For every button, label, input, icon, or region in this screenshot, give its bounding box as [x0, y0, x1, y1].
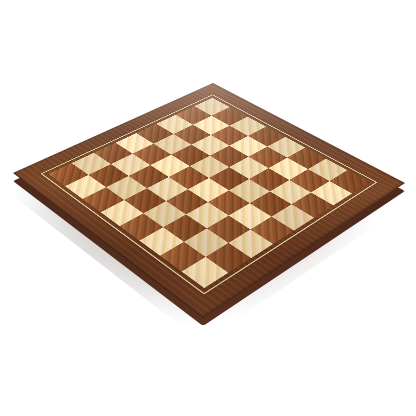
product-photo — [0, 0, 416, 416]
chess-board — [13, 83, 405, 318]
